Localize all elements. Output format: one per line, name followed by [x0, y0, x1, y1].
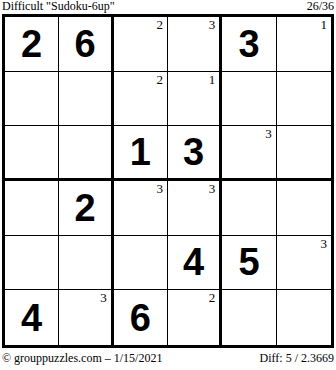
cell-r4c2[interactable]: 2 — [59, 181, 113, 236]
cell-r1c5[interactable]: 3 — [222, 17, 276, 72]
cell-r2c4[interactable]: 1 — [168, 72, 222, 127]
cell-r2c3[interactable]: 2 — [114, 72, 168, 127]
cell-r5c4[interactable]: 4 — [168, 236, 222, 291]
given-digit: 1 — [130, 133, 151, 171]
cell-r5c3[interactable] — [114, 236, 168, 291]
cell-r6c5[interactable] — [222, 290, 276, 345]
given-digit: 6 — [130, 299, 151, 337]
copyright-text: © grouppuzzles.com – 1/15/2021 — [2, 351, 162, 365]
cell-r2c6[interactable] — [277, 72, 331, 127]
cell-r6c3[interactable]: 6 — [114, 290, 168, 345]
cell-r6c6[interactable] — [277, 290, 331, 345]
pencil-mark: 2 — [209, 291, 216, 304]
given-digit: 3 — [183, 133, 204, 171]
cell-r2c2[interactable] — [59, 72, 113, 127]
difficulty-text: Diff: 5 / 2.3669 — [260, 351, 334, 365]
cell-r1c6[interactable]: 1 — [277, 17, 331, 72]
pencil-mark: 3 — [156, 182, 163, 195]
cell-r2c1[interactable] — [5, 72, 59, 127]
given-digit: 3 — [238, 25, 259, 63]
given-digit: 4 — [21, 299, 42, 337]
cell-r5c5[interactable]: 5 — [222, 236, 276, 291]
cell-r3c4[interactable]: 3 — [168, 126, 222, 181]
cell-r4c1[interactable] — [5, 181, 59, 236]
given-digit: 5 — [238, 243, 259, 281]
puzzle-page: Difficult "Sudoku-6up" 26/36 26233121133… — [0, 0, 336, 370]
cells-remaining-counter: 26/36 — [307, 0, 334, 13]
puzzle-header: Difficult "Sudoku-6up" 26/36 — [2, 0, 334, 13]
cell-r1c3[interactable]: 2 — [114, 17, 168, 72]
given-digit: 4 — [183, 243, 204, 281]
pencil-mark: 3 — [209, 182, 216, 195]
cell-r5c2[interactable] — [59, 236, 113, 291]
cell-r4c6[interactable] — [277, 181, 331, 236]
cell-r2c5[interactable] — [222, 72, 276, 127]
cell-r5c1[interactable] — [5, 236, 59, 291]
cell-r4c5[interactable] — [222, 181, 276, 236]
cell-r3c1[interactable] — [5, 126, 59, 181]
sudoku-board: 262331211332334534362 — [2, 14, 334, 348]
cell-r4c3[interactable]: 3 — [114, 181, 168, 236]
pencil-mark: 1 — [209, 73, 216, 86]
puzzle-title: Difficult "Sudoku-6up" — [2, 0, 115, 13]
cell-r6c1[interactable]: 4 — [5, 290, 59, 345]
cell-r3c5[interactable]: 3 — [222, 126, 276, 181]
puzzle-footer: © grouppuzzles.com – 1/15/2021 Diff: 5 /… — [2, 351, 334, 365]
pencil-mark: 2 — [156, 73, 163, 86]
given-digit: 2 — [21, 25, 42, 63]
cell-r3c2[interactable] — [59, 126, 113, 181]
pencil-mark: 3 — [209, 18, 216, 31]
cell-r1c4[interactable]: 3 — [168, 17, 222, 72]
pencil-mark: 1 — [320, 18, 327, 31]
cell-r5c6[interactable]: 3 — [277, 236, 331, 291]
given-digit: 6 — [74, 25, 95, 63]
pencil-mark: 3 — [320, 237, 327, 250]
cell-r3c6[interactable] — [277, 126, 331, 181]
given-digit: 2 — [74, 189, 95, 227]
pencil-mark: 2 — [156, 18, 163, 31]
cell-r4c4[interactable]: 3 — [168, 181, 222, 236]
cell-r1c1[interactable]: 2 — [5, 17, 59, 72]
cell-r3c3[interactable]: 1 — [114, 126, 168, 181]
pencil-mark: 3 — [100, 291, 107, 304]
cell-r1c2[interactable]: 6 — [59, 17, 113, 72]
cell-r6c2[interactable]: 3 — [59, 290, 113, 345]
pencil-mark: 3 — [265, 127, 272, 140]
cell-r6c4[interactable]: 2 — [168, 290, 222, 345]
